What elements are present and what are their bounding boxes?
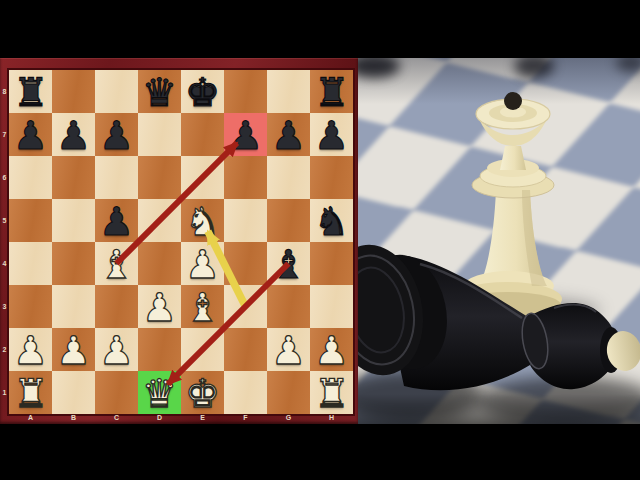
photo-panel (358, 58, 640, 424)
arrow-layer (9, 70, 353, 414)
rank-label-5: 5 (0, 199, 9, 242)
rank-label-7: 7 (0, 113, 9, 156)
photo-bottom-shade (358, 394, 640, 424)
white-queen-finial-dot (504, 92, 522, 110)
letterbox-bottom (0, 424, 640, 480)
rank-label-8: 8 (0, 70, 9, 113)
arrow-g4-d1 (168, 264, 289, 385)
board-frame: 87654321 ABCDEFGH ♜♛♚♜♟♟♟♟♟♟♟♞♞♝♟♝♟♝♟♟♟♟… (0, 58, 358, 424)
rank-label-6: 6 (0, 156, 9, 199)
rank-label-4: 4 (0, 242, 9, 285)
letterbox-top (0, 0, 640, 58)
rank-label-3: 3 (0, 285, 9, 328)
thumbnail-stage: 87654321 ABCDEFGH ♜♛♚♜♟♟♟♟♟♟♟♞♞♝♟♝♟♝♟♟♟♟… (0, 0, 640, 480)
photo-black-queen-fallen (358, 240, 640, 412)
arrow-f3-e5 (208, 231, 246, 306)
rank-label-1: 1 (0, 371, 9, 414)
rank-label-2: 2 (0, 328, 9, 371)
